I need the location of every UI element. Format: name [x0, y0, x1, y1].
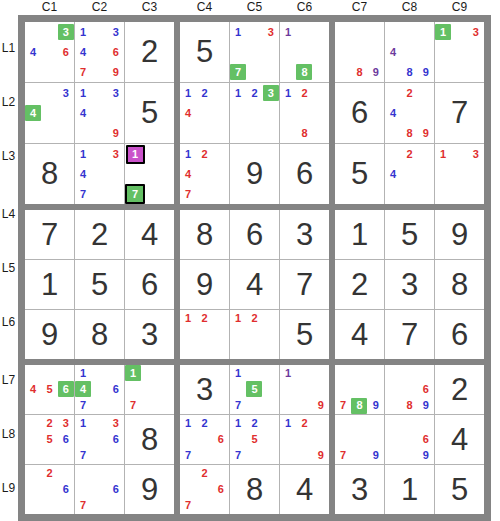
candidate-7[interactable]: 7 — [80, 189, 86, 200]
cell-value: 6 — [335, 83, 384, 143]
candidate-8[interactable]: 8 — [351, 398, 367, 414]
cell-L1C3[interactable]: 2 — [125, 22, 174, 82]
cell-L9C1[interactable]: 26 — [25, 465, 74, 514]
candidate-3[interactable]: 3 — [63, 88, 69, 99]
cell-L3C3[interactable]: 17 — [125, 144, 174, 204]
cell-value: 4 — [230, 260, 279, 309]
candidate-6[interactable]: 6 — [113, 484, 119, 495]
candidate-9[interactable]: 9 — [113, 67, 119, 78]
cell-L9C7[interactable]: 3 — [335, 465, 384, 514]
candidate-9[interactable]: 9 — [423, 400, 429, 411]
cell-L9C2[interactable]: 67 — [75, 465, 124, 514]
cell-value: 4 — [335, 310, 384, 359]
candidate-pos-3: 3 — [263, 22, 279, 42]
candidate-5[interactable]: 5 — [246, 381, 262, 397]
cell-L5C2[interactable]: 5 — [75, 260, 124, 309]
box-4: 724156983 — [25, 210, 174, 359]
candidate-1[interactable]: 1 — [80, 418, 86, 429]
box-8: 3157191267125712926784 — [180, 365, 329, 514]
candidate-4[interactable]: 4 — [80, 47, 86, 58]
cell-value: 3 — [335, 465, 384, 514]
cell-L3C5[interactable]: 9 — [230, 144, 279, 204]
row-label-L2: L2 — [0, 95, 17, 109]
candidate-2[interactable]: 2 — [406, 88, 412, 99]
cell-L9C4[interactable]: 267 — [180, 465, 229, 514]
candidate-7[interactable]: 7 — [185, 450, 191, 461]
candidate-pos-3: 3 — [108, 22, 124, 42]
candidate-pos-2: 2 — [196, 144, 212, 164]
cell-L5C4[interactable]: 9 — [180, 260, 229, 309]
candidate-4[interactable]: 4 — [390, 169, 396, 180]
candidate-pos-7: 7 — [180, 448, 196, 464]
candidate-pos-7: 7 — [125, 398, 141, 414]
candidate-pos-2: 2 — [296, 415, 312, 431]
cell-L7C3[interactable]: 17 — [125, 365, 174, 414]
box-2: 513718124123128124796 — [180, 22, 329, 204]
candidate-3[interactable]: 3 — [113, 149, 119, 160]
candidate-2[interactable]: 2 — [201, 313, 207, 324]
cell-L1C7[interactable]: 89 — [335, 22, 384, 82]
candidate-1[interactable]: 1 — [285, 418, 291, 429]
box-9: 789689279694315 — [335, 365, 484, 514]
candidate-5[interactable]: 5 — [46, 434, 52, 445]
candidate-7[interactable]: 7 — [80, 400, 86, 411]
cell-value: 6 — [125, 260, 174, 309]
candidate-6[interactable]: 6 — [63, 434, 69, 445]
cell-L4C1[interactable]: 7 — [25, 210, 74, 259]
cell-value: 7 — [25, 210, 74, 259]
candidate-pos-8: 8 — [401, 123, 417, 143]
cell-L8C3[interactable]: 8 — [125, 415, 174, 464]
cell-L9C9[interactable]: 5 — [435, 465, 484, 514]
candidate-1[interactable]: 1 — [235, 313, 241, 324]
candidate-1[interactable]: 1 — [285, 88, 291, 99]
candidate-4[interactable]: 4 — [30, 384, 36, 395]
cell-L1C8[interactable]: 489 — [385, 22, 434, 82]
cell-value: 8 — [180, 210, 229, 259]
row-label-L5: L5 — [0, 261, 17, 275]
candidate-4[interactable]: 4 — [25, 105, 41, 121]
candidate-pos-8: 8 — [351, 398, 367, 414]
candidate-5[interactable]: 5 — [251, 434, 257, 445]
candidate-9[interactable]: 9 — [423, 67, 429, 78]
candidate-4[interactable]: 4 — [185, 108, 191, 119]
candidate-pos-1: 1 — [280, 415, 296, 431]
candidate-8[interactable]: 8 — [356, 67, 362, 78]
candidate-pos-6: 6 — [108, 481, 124, 497]
candidate-3[interactable]: 3 — [263, 85, 279, 101]
candidate-pos-3: 3 — [58, 415, 74, 431]
candidate-3[interactable]: 3 — [63, 418, 69, 429]
cell-L6C2[interactable]: 8 — [75, 310, 124, 359]
cell-value: 8 — [25, 144, 74, 204]
cell-value: 3 — [125, 310, 174, 359]
candidate-7[interactable]: 7 — [340, 450, 346, 461]
cell-L3C6[interactable]: 6 — [280, 144, 329, 204]
candidate-6[interactable]: 6 — [113, 47, 119, 58]
candidate-pos-1: 1 — [280, 365, 296, 381]
candidate-9[interactable]: 9 — [373, 450, 379, 461]
col-header-C9: C9 — [452, 0, 467, 15]
candidate-6[interactable]: 6 — [58, 381, 74, 397]
cell-L4C8[interactable]: 5 — [385, 210, 434, 259]
cell-L8C5[interactable]: 1257 — [230, 415, 279, 464]
candidate-7[interactable]: 7 — [230, 64, 246, 80]
candidate-7[interactable]: 7 — [235, 450, 241, 461]
cell-L4C5[interactable]: 6 — [230, 210, 279, 259]
candidate-6[interactable]: 6 — [113, 434, 119, 445]
candidate-7[interactable]: 7 — [185, 500, 191, 511]
cell-L5C5[interactable]: 4 — [230, 260, 279, 309]
cell-value: 3 — [280, 210, 329, 259]
candidate-1[interactable]: 1 — [185, 149, 191, 160]
candidate-4[interactable]: 4 — [185, 169, 191, 180]
candidate-pos-2: 2 — [296, 83, 312, 103]
candidate-pos-1: 1 — [435, 144, 451, 164]
candidate-6[interactable]: 6 — [218, 434, 224, 445]
cell-L4C4[interactable]: 8 — [180, 210, 229, 259]
cell-L7C4[interactable]: 3 — [180, 365, 229, 414]
candidate-1[interactable]: 1 — [126, 145, 145, 164]
cell-L1C4[interactable]: 5 — [180, 22, 229, 82]
candidate-2[interactable]: 2 — [301, 418, 307, 429]
candidate-pos-1: 1 — [75, 22, 91, 42]
candidate-pos-4: 4 — [385, 42, 401, 62]
candidate-pos-6: 6 — [108, 381, 124, 397]
cell-L2C6[interactable]: 128 — [280, 83, 329, 143]
candidate-pos-9: 9 — [313, 448, 329, 464]
candidate-7[interactable]: 7 — [235, 400, 241, 411]
cell-L3C8[interactable]: 24 — [385, 144, 434, 204]
cell-L9C5[interactable]: 8 — [230, 465, 279, 514]
cell-L4C6[interactable]: 3 — [280, 210, 329, 259]
candidate-2[interactable]: 2 — [201, 418, 207, 429]
cell-L6C6[interactable]: 5 — [280, 310, 329, 359]
candidate-pos-5: 5 — [41, 431, 57, 447]
cell-L6C7[interactable]: 4 — [335, 310, 384, 359]
candidate-pos-5: 5 — [246, 381, 262, 397]
cell-L7C6[interactable]: 19 — [280, 365, 329, 414]
box-5: 86394712125 — [180, 210, 329, 359]
candidate-6[interactable]: 6 — [63, 484, 69, 495]
candidate-3[interactable]: 3 — [473, 27, 479, 38]
candidate-pos-1: 1 — [125, 365, 141, 381]
cell-L1C9[interactable]: 13 — [435, 22, 484, 82]
candidate-2[interactable]: 2 — [46, 418, 52, 429]
candidate-6[interactable]: 6 — [423, 384, 429, 395]
cell-L4C7[interactable]: 1 — [335, 210, 384, 259]
candidate-pos-6: 6 — [58, 381, 74, 397]
cell-L2C7[interactable]: 6 — [335, 83, 384, 143]
cell-value: 9 — [180, 260, 229, 309]
col-header-C3: C3 — [142, 0, 157, 15]
cell-L6C1[interactable]: 9 — [25, 310, 74, 359]
cell-L6C8[interactable]: 7 — [385, 310, 434, 359]
cell-value: 5 — [180, 22, 229, 82]
cell-L3C4[interactable]: 1247 — [180, 144, 229, 204]
cell-value: 8 — [230, 465, 279, 514]
cell-L4C9[interactable]: 9 — [435, 210, 484, 259]
cell-L2C4[interactable]: 124 — [180, 83, 229, 143]
cell-L9C3[interactable]: 9 — [125, 465, 174, 514]
candidate-1[interactable]: 1 — [185, 88, 191, 99]
candidate-9[interactable]: 9 — [423, 128, 429, 139]
cell-value: 9 — [25, 310, 74, 359]
cell-L2C9[interactable]: 7 — [435, 83, 484, 143]
cell-L5C6[interactable]: 7 — [280, 260, 329, 309]
cell-L5C7[interactable]: 2 — [335, 260, 384, 309]
cell-value: 5 — [435, 465, 484, 514]
col-header-C8: C8 — [402, 0, 417, 15]
row-label-L4: L4 — [0, 207, 17, 221]
cell-L1C1[interactable]: 346 — [25, 22, 74, 82]
cell-L8C6[interactable]: 129 — [280, 415, 329, 464]
candidate-pos-9: 9 — [368, 398, 384, 414]
cell-value: 6 — [230, 210, 279, 259]
candidate-1[interactable]: 1 — [285, 27, 291, 38]
candidate-7[interactable]: 7 — [125, 184, 145, 204]
cell-L2C5[interactable]: 123 — [230, 83, 279, 143]
candidate-5[interactable]: 5 — [46, 384, 52, 395]
cell-L7C7[interactable]: 789 — [335, 365, 384, 414]
cell-L7C1[interactable]: 456 — [25, 365, 74, 414]
row-label-L6: L6 — [0, 315, 17, 329]
cell-L9C8[interactable]: 1 — [385, 465, 434, 514]
cell-L5C8[interactable]: 3 — [385, 260, 434, 309]
candidate-1[interactable]: 1 — [235, 368, 241, 379]
candidate-pos-1: 1 — [180, 310, 196, 326]
candidate-7[interactable]: 7 — [80, 450, 86, 461]
candidate-2[interactable]: 2 — [251, 88, 257, 99]
candidate-9[interactable]: 9 — [373, 400, 379, 411]
col-header-C1: C1 — [42, 0, 57, 15]
candidate-1[interactable]: 1 — [80, 88, 86, 99]
candidate-2[interactable]: 2 — [201, 468, 207, 479]
cell-L2C8[interactable]: 2489 — [385, 83, 434, 143]
candidate-1[interactable]: 1 — [435, 24, 451, 40]
candidate-2[interactable]: 2 — [201, 88, 207, 99]
cell-L7C9[interactable]: 2 — [435, 365, 484, 414]
candidate-9[interactable]: 9 — [113, 128, 119, 139]
cell-value: 8 — [75, 310, 124, 359]
row-label-L9: L9 — [0, 481, 17, 495]
candidate-pos-2: 2 — [246, 415, 262, 431]
candidate-pos-7: 7 — [180, 184, 196, 204]
col-header-C7: C7 — [352, 0, 367, 15]
candidate-1[interactable]: 1 — [185, 313, 191, 324]
candidate-1[interactable]: 1 — [235, 27, 241, 38]
candidate-8[interactable]: 8 — [301, 128, 307, 139]
cell-L2C1[interactable]: 34 — [25, 83, 74, 143]
candidate-4[interactable]: 4 — [80, 108, 86, 119]
cell-L1C2[interactable]: 134679 — [75, 22, 124, 82]
candidate-pos-9: 9 — [368, 448, 384, 464]
candidate-pos-6: 6 — [108, 431, 124, 447]
candidate-pos-1: 1 — [75, 83, 91, 103]
candidate-3[interactable]: 3 — [113, 27, 119, 38]
candidate-7[interactable]: 7 — [130, 400, 136, 411]
candidate-pos-4: 4 — [25, 381, 41, 397]
cell-L1C6[interactable]: 18 — [280, 22, 329, 82]
candidate-7[interactable]: 7 — [185, 189, 191, 200]
candidate-4[interactable]: 4 — [75, 381, 91, 397]
candidate-pos-3: 3 — [58, 83, 74, 103]
cell-L8C1[interactable]: 2356 — [25, 415, 74, 464]
candidate-8[interactable]: 8 — [406, 400, 412, 411]
candidate-pos-4: 4 — [25, 103, 41, 123]
candidate-3[interactable]: 3 — [473, 149, 479, 160]
candidate-pos-4: 4 — [385, 164, 401, 184]
candidate-pos-8: 8 — [296, 123, 312, 143]
candidate-6[interactable]: 6 — [218, 484, 224, 495]
cell-value: 9 — [435, 210, 484, 259]
candidate-2[interactable]: 2 — [301, 88, 307, 99]
cell-L2C2[interactable]: 1349 — [75, 83, 124, 143]
candidate-1[interactable]: 1 — [235, 418, 241, 429]
candidate-2[interactable]: 2 — [251, 313, 257, 324]
candidate-pos-1: 1 — [230, 365, 246, 381]
candidate-7[interactable]: 7 — [80, 67, 86, 78]
candidate-6[interactable]: 6 — [113, 384, 119, 395]
cell-L2C3[interactable]: 5 — [125, 83, 174, 143]
box-3: 894891362489752413 — [335, 22, 484, 204]
candidate-pos-8: 8 — [296, 62, 312, 82]
cell-L8C8[interactable]: 69 — [385, 415, 434, 464]
candidate-2[interactable]: 2 — [251, 418, 257, 429]
candidate-4[interactable]: 4 — [30, 47, 36, 58]
candidate-7[interactable]: 7 — [80, 500, 86, 511]
candidate-pos-7: 7 — [230, 398, 246, 414]
candidate-4[interactable]: 4 — [80, 169, 86, 180]
candidate-pos-2: 2 — [41, 465, 57, 481]
candidate-pos-2: 2 — [196, 83, 212, 103]
candidate-pos-3: 3 — [263, 83, 279, 103]
cell-value: 3 — [385, 260, 434, 309]
cell-L6C3[interactable]: 3 — [125, 310, 174, 359]
candidate-pos-9: 9 — [108, 62, 124, 82]
cell-L8C7[interactable]: 79 — [335, 415, 384, 464]
candidate-2[interactable]: 2 — [46, 468, 52, 479]
cell-L3C9[interactable]: 13 — [435, 144, 484, 204]
candidate-pos-9: 9 — [418, 398, 434, 414]
candidate-pos-6: 6 — [58, 431, 74, 447]
candidate-9[interactable]: 9 — [423, 450, 429, 461]
candidate-1[interactable]: 1 — [235, 88, 241, 99]
candidate-pos-1: 1 — [435, 22, 451, 42]
candidate-pos-6: 6 — [108, 42, 124, 62]
cell-L7C8[interactable]: 689 — [385, 365, 434, 414]
cell-value: 7 — [435, 83, 484, 143]
cell-L4C2[interactable]: 2 — [75, 210, 124, 259]
candidate-pos-2: 2 — [41, 415, 57, 431]
candidate-pos-1: 1 — [230, 83, 246, 103]
cell-L3C1[interactable]: 8 — [25, 144, 74, 204]
candidate-1[interactable]: 1 — [125, 365, 141, 381]
candidate-3[interactable]: 3 — [268, 27, 274, 38]
candidate-pos-1: 1 — [75, 144, 91, 164]
row-label-L7: L7 — [0, 373, 17, 387]
candidate-pos-4: 4 — [75, 42, 91, 62]
cell-value: 7 — [385, 310, 434, 359]
candidate-2[interactable]: 2 — [406, 149, 412, 160]
cell-L6C5[interactable]: 12 — [230, 310, 279, 359]
candidate-1[interactable]: 1 — [80, 149, 86, 160]
candidate-pos-4: 4 — [75, 164, 91, 184]
candidate-pos-7: 7 — [335, 398, 351, 414]
cell-L9C6[interactable]: 4 — [280, 465, 329, 514]
candidate-pos-6: 6 — [418, 431, 434, 447]
candidate-pos-8: 8 — [401, 62, 417, 82]
candidate-9[interactable]: 9 — [318, 450, 324, 461]
cell-L1C5[interactable]: 137 — [230, 22, 279, 82]
candidate-pos-6: 6 — [213, 431, 229, 447]
candidate-pos-3: 3 — [108, 144, 124, 164]
cell-L5C9[interactable]: 8 — [435, 260, 484, 309]
cell-L5C1[interactable]: 1 — [25, 260, 74, 309]
candidate-3[interactable]: 3 — [113, 88, 119, 99]
candidate-pos-4: 4 — [25, 42, 41, 62]
candidate-6[interactable]: 6 — [63, 47, 69, 58]
cell-L3C2[interactable]: 1347 — [75, 144, 124, 204]
candidate-pos-2: 2 — [401, 83, 417, 103]
candidate-1[interactable]: 1 — [80, 368, 86, 379]
cell-value: 4 — [125, 210, 174, 259]
candidate-2[interactable]: 2 — [201, 149, 207, 160]
cell-L8C2[interactable]: 1367 — [75, 415, 124, 464]
cell-L5C3[interactable]: 6 — [125, 260, 174, 309]
candidate-8[interactable]: 8 — [296, 64, 312, 80]
col-header-C5: C5 — [247, 0, 262, 15]
candidate-1[interactable]: 1 — [185, 418, 191, 429]
cell-L6C4[interactable]: 12 — [180, 310, 229, 359]
candidate-pos-2: 2 — [196, 415, 212, 431]
cell-value: 9 — [230, 144, 279, 204]
cell-L8C9[interactable]: 4 — [435, 415, 484, 464]
col-header-C6: C6 — [297, 0, 312, 15]
candidate-pos-7: 7 — [230, 448, 246, 464]
cell-L8C4[interactable]: 1267 — [180, 415, 229, 464]
candidate-8[interactable]: 8 — [406, 128, 412, 139]
candidate-pos-9: 9 — [368, 62, 384, 82]
candidate-7[interactable]: 7 — [340, 400, 346, 411]
candidate-3[interactable]: 3 — [58, 24, 74, 40]
candidate-pos-3: 3 — [468, 144, 484, 164]
candidate-1[interactable]: 1 — [285, 368, 291, 379]
cell-L4C3[interactable]: 4 — [125, 210, 174, 259]
candidate-1[interactable]: 1 — [440, 149, 446, 160]
cell-L7C2[interactable]: 1467 — [75, 365, 124, 414]
candidate-pos-1: 1 — [180, 144, 196, 164]
cell-value: 4 — [280, 465, 329, 514]
candidate-4[interactable]: 4 — [390, 108, 396, 119]
candidate-pos-1: 1 — [125, 144, 145, 164]
cell-L3C7[interactable]: 5 — [335, 144, 384, 204]
candidate-6[interactable]: 6 — [423, 434, 429, 445]
candidate-pos-4: 4 — [385, 103, 401, 123]
candidate-9[interactable]: 9 — [318, 400, 324, 411]
cell-value: 1 — [335, 210, 384, 259]
cell-L6C9[interactable]: 6 — [435, 310, 484, 359]
candidate-9[interactable]: 9 — [373, 67, 379, 78]
cell-L7C5[interactable]: 157 — [230, 365, 279, 414]
candidate-pos-7: 7 — [75, 498, 91, 514]
candidate-8[interactable]: 8 — [406, 67, 412, 78]
candidate-pos-1: 1 — [75, 415, 91, 431]
candidate-3[interactable]: 3 — [113, 418, 119, 429]
candidate-4[interactable]: 4 — [390, 47, 396, 58]
candidate-1[interactable]: 1 — [80, 27, 86, 38]
candidate-pos-4: 4 — [75, 103, 91, 123]
